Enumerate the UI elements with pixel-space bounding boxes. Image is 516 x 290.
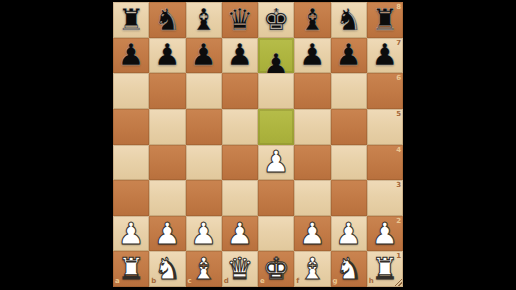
piece-black-pawn[interactable]: ♟ bbox=[367, 38, 403, 74]
square-a4[interactable] bbox=[113, 145, 149, 181]
square-f6[interactable] bbox=[294, 73, 330, 109]
square-h1[interactable]: ♜1h bbox=[367, 251, 403, 287]
square-d6[interactable] bbox=[222, 73, 258, 109]
square-f2[interactable]: ♟ bbox=[294, 216, 330, 252]
piece-white-pawn[interactable]: ♟ bbox=[186, 216, 222, 252]
square-b8[interactable]: ♞ bbox=[149, 2, 185, 38]
piece-white-bishop[interactable]: ♝ bbox=[294, 251, 330, 287]
piece-white-bishop[interactable]: ♝ bbox=[186, 251, 222, 287]
square-f3[interactable] bbox=[294, 180, 330, 216]
piece-black-pawn[interactable]: ♟ bbox=[222, 38, 258, 74]
piece-black-bishop[interactable]: ♝ bbox=[186, 2, 222, 38]
piece-white-king[interactable]: ♚ bbox=[258, 251, 294, 287]
square-g5[interactable] bbox=[331, 109, 367, 145]
piece-black-pawn[interactable]: ♟ bbox=[331, 38, 367, 74]
square-h5[interactable]: 5 bbox=[367, 109, 403, 145]
piece-white-pawn[interactable]: ♟ bbox=[222, 216, 258, 252]
piece-white-knight[interactable]: ♞ bbox=[149, 251, 185, 287]
square-h4[interactable]: 4 bbox=[367, 145, 403, 181]
piece-black-pawn[interactable]: ♟ bbox=[113, 38, 149, 74]
square-g2[interactable]: ♟ bbox=[331, 216, 367, 252]
square-e5-highlighted[interactable] bbox=[258, 109, 294, 145]
square-e7-highlighted[interactable]: ♟ bbox=[258, 38, 294, 74]
square-d4[interactable] bbox=[222, 145, 258, 181]
chess-board: ♜ ♞ ♝ ♛ ♚ ♝ ♞ ♜8 ♟ ♟ ♟ ♟ ♟ ♟ ♟ ♟7 6 5 bbox=[113, 2, 403, 287]
square-g8[interactable]: ♞ bbox=[331, 2, 367, 38]
square-h2[interactable]: ♟2 bbox=[367, 216, 403, 252]
square-e6[interactable] bbox=[258, 73, 294, 109]
square-d1[interactable]: ♛d bbox=[222, 251, 258, 287]
square-g3[interactable] bbox=[331, 180, 367, 216]
square-d2[interactable]: ♟ bbox=[222, 216, 258, 252]
piece-white-rook[interactable]: ♜ bbox=[113, 251, 149, 287]
piece-white-pawn[interactable]: ♟ bbox=[258, 145, 294, 181]
square-f4[interactable] bbox=[294, 145, 330, 181]
board-resize-handle[interactable] bbox=[395, 279, 402, 286]
square-a5[interactable] bbox=[113, 109, 149, 145]
piece-white-pawn[interactable]: ♟ bbox=[331, 216, 367, 252]
square-h7[interactable]: ♟7 bbox=[367, 38, 403, 74]
square-c5[interactable] bbox=[186, 109, 222, 145]
square-a3[interactable] bbox=[113, 180, 149, 216]
square-b1[interactable]: ♞b bbox=[149, 251, 185, 287]
piece-white-queen[interactable]: ♛ bbox=[222, 251, 258, 287]
square-h3[interactable]: 3 bbox=[367, 180, 403, 216]
square-h6[interactable]: 6 bbox=[367, 73, 403, 109]
piece-black-bishop[interactable]: ♝ bbox=[294, 2, 330, 38]
square-f1[interactable]: ♝f bbox=[294, 251, 330, 287]
square-e1[interactable]: ♚e bbox=[258, 251, 294, 287]
square-c4[interactable] bbox=[186, 145, 222, 181]
piece-white-pawn[interactable]: ♟ bbox=[149, 216, 185, 252]
square-c7[interactable]: ♟ bbox=[186, 38, 222, 74]
square-d7[interactable]: ♟ bbox=[222, 38, 258, 74]
rank-label: 4 bbox=[396, 147, 401, 154]
square-g4[interactable] bbox=[331, 145, 367, 181]
piece-black-king[interactable]: ♚ bbox=[258, 2, 294, 38]
square-e8[interactable]: ♚ bbox=[258, 2, 294, 38]
square-a7[interactable]: ♟ bbox=[113, 38, 149, 74]
piece-white-knight[interactable]: ♞ bbox=[331, 251, 367, 287]
square-e2[interactable] bbox=[258, 216, 294, 252]
square-f8[interactable]: ♝ bbox=[294, 2, 330, 38]
square-h8[interactable]: ♜8 bbox=[367, 2, 403, 38]
square-g7[interactable]: ♟ bbox=[331, 38, 367, 74]
square-b4[interactable] bbox=[149, 145, 185, 181]
piece-black-knight[interactable]: ♞ bbox=[331, 2, 367, 38]
square-a1[interactable]: ♜a bbox=[113, 251, 149, 287]
square-a8[interactable]: ♜ bbox=[113, 2, 149, 38]
piece-white-pawn[interactable]: ♟ bbox=[294, 216, 330, 252]
piece-white-pawn[interactable]: ♟ bbox=[367, 216, 403, 252]
square-g6[interactable] bbox=[331, 73, 367, 109]
square-b2[interactable]: ♟ bbox=[149, 216, 185, 252]
square-b6[interactable] bbox=[149, 73, 185, 109]
rank-label: 5 bbox=[396, 111, 401, 118]
square-d3[interactable] bbox=[222, 180, 258, 216]
piece-black-pawn[interactable]: ♟ bbox=[294, 38, 330, 74]
square-d5[interactable] bbox=[222, 109, 258, 145]
square-b7[interactable]: ♟ bbox=[149, 38, 185, 74]
square-c3[interactable] bbox=[186, 180, 222, 216]
piece-black-rook[interactable]: ♜ bbox=[367, 2, 403, 38]
rank-label: 3 bbox=[396, 182, 401, 189]
square-c6[interactable] bbox=[186, 73, 222, 109]
square-c8[interactable]: ♝ bbox=[186, 2, 222, 38]
piece-black-pawn[interactable]: ♟ bbox=[149, 38, 185, 74]
piece-black-rook[interactable]: ♜ bbox=[113, 2, 149, 38]
piece-black-knight[interactable]: ♞ bbox=[149, 2, 185, 38]
square-f5[interactable] bbox=[294, 109, 330, 145]
app-canvas: ♜ ♞ ♝ ♛ ♚ ♝ ♞ ♜8 ♟ ♟ ♟ ♟ ♟ ♟ ♟ ♟7 6 5 bbox=[0, 0, 516, 290]
square-a6[interactable] bbox=[113, 73, 149, 109]
square-g1[interactable]: ♞g bbox=[331, 251, 367, 287]
square-b5[interactable] bbox=[149, 109, 185, 145]
rank-label: 6 bbox=[396, 75, 401, 82]
piece-white-pawn[interactable]: ♟ bbox=[113, 216, 149, 252]
square-e4[interactable]: ♟ bbox=[258, 145, 294, 181]
square-a2[interactable]: ♟ bbox=[113, 216, 149, 252]
piece-black-queen[interactable]: ♛ bbox=[222, 2, 258, 38]
square-c1[interactable]: ♝c bbox=[186, 251, 222, 287]
square-e3[interactable] bbox=[258, 180, 294, 216]
square-c2[interactable]: ♟ bbox=[186, 216, 222, 252]
piece-black-pawn[interactable]: ♟ bbox=[186, 38, 222, 74]
square-d8[interactable]: ♛ bbox=[222, 2, 258, 38]
square-b3[interactable] bbox=[149, 180, 185, 216]
square-f7[interactable]: ♟ bbox=[294, 38, 330, 74]
